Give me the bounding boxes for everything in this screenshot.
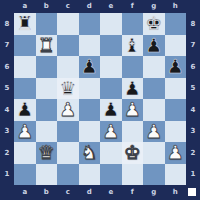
rank-label-right-5: 5 (186, 78, 200, 100)
square-c3[interactable] (57, 121, 79, 143)
square-a6[interactable] (14, 56, 36, 78)
file-label-top-h: h (165, 0, 187, 13)
square-c8[interactable] (57, 13, 79, 35)
square-b6[interactable] (36, 56, 58, 78)
file-label-top-d: d (79, 0, 101, 13)
square-g1[interactable] (143, 164, 165, 186)
piece-black-pawn: ♟ (145, 35, 162, 56)
file-label-bottom-c: c (57, 186, 79, 200)
square-h4[interactable] (165, 99, 187, 121)
rank-label-left-4: 4 (0, 99, 14, 121)
square-d8[interactable] (79, 13, 101, 35)
square-b2[interactable]: ♛ (36, 142, 58, 164)
square-c6[interactable] (57, 56, 79, 78)
square-e1[interactable] (100, 164, 122, 186)
square-e5[interactable] (100, 78, 122, 100)
square-g2[interactable] (143, 142, 165, 164)
square-f3[interactable] (122, 121, 144, 143)
rank-label-left-5: 5 (0, 78, 14, 100)
square-a8[interactable]: ♜ (14, 13, 36, 35)
file-label-bottom-a: a (14, 186, 36, 200)
rank-labels-left: 87654321 (0, 13, 14, 185)
square-h3[interactable] (165, 121, 187, 143)
piece-white-knight: ♞ (81, 142, 98, 163)
square-d2[interactable]: ♞ (79, 142, 101, 164)
rank-label-left-8: 8 (0, 13, 14, 35)
piece-black-king: ♚ (145, 13, 162, 34)
rank-label-right-6: 6 (186, 56, 200, 78)
square-g3[interactable]: ♟ (143, 121, 165, 143)
square-d1[interactable] (79, 164, 101, 186)
square-d3[interactable] (79, 121, 101, 143)
rank-label-left-1: 1 (0, 164, 14, 186)
file-label-bottom-h: h (165, 186, 187, 200)
square-c2[interactable] (57, 142, 79, 164)
file-labels-bottom: abcdefgh (14, 186, 186, 200)
square-e3[interactable]: ♟ (100, 121, 122, 143)
piece-white-queen: ♛ (38, 142, 55, 163)
file-label-bottom-f: f (122, 186, 144, 200)
square-f6[interactable] (122, 56, 144, 78)
file-label-top-c: c (57, 0, 79, 13)
square-a5[interactable] (14, 78, 36, 100)
square-a3[interactable]: ♟ (14, 121, 36, 143)
square-b4[interactable] (36, 99, 58, 121)
file-label-top-g: g (143, 0, 165, 13)
piece-white-pawn: ♟ (124, 99, 141, 120)
square-h2[interactable]: ♟ (165, 142, 187, 164)
square-c4[interactable]: ♟ (57, 99, 79, 121)
square-g7[interactable]: ♟ (143, 35, 165, 57)
file-labels-top: abcdefgh (14, 0, 186, 13)
square-g4[interactable] (143, 99, 165, 121)
rank-label-right-8: 8 (186, 13, 200, 35)
piece-white-king: ♚ (124, 142, 141, 163)
rank-label-left-3: 3 (0, 121, 14, 143)
square-f1[interactable] (122, 164, 144, 186)
rank-label-right-4: 4 (186, 99, 200, 121)
square-d4[interactable] (79, 99, 101, 121)
piece-black-queen: ♛ (59, 78, 76, 99)
square-f7[interactable]: ♝ (122, 35, 144, 57)
square-c1[interactable] (57, 164, 79, 186)
square-h5[interactable] (165, 78, 187, 100)
square-b3[interactable] (36, 121, 58, 143)
square-h7[interactable] (165, 35, 187, 57)
square-e4[interactable]: ♟ (100, 99, 122, 121)
piece-white-pawn: ♟ (59, 99, 76, 120)
square-g8[interactable]: ♚ (143, 13, 165, 35)
file-label-bottom-b: b (36, 186, 58, 200)
file-label-top-f: f (122, 0, 144, 13)
rank-label-left-7: 7 (0, 35, 14, 57)
white-to-move-indicator (188, 188, 196, 196)
square-c5[interactable]: ♛ (57, 78, 79, 100)
square-b5[interactable] (36, 78, 58, 100)
piece-white-pawn: ♟ (167, 142, 184, 163)
square-d6[interactable]: ♟ (79, 56, 101, 78)
chess-board-diagram: abcdefgh abcdefgh 87654321 87654321 ♜♚♜♝… (0, 0, 200, 200)
rank-label-right-7: 7 (186, 35, 200, 57)
rank-label-right-3: 3 (186, 121, 200, 143)
piece-black-pawn: ♟ (167, 56, 184, 77)
square-b1[interactable] (36, 164, 58, 186)
square-a2[interactable] (14, 142, 36, 164)
square-e8[interactable] (100, 13, 122, 35)
rank-label-left-2: 2 (0, 142, 14, 164)
square-f2[interactable]: ♚ (122, 142, 144, 164)
piece-black-rook: ♜ (16, 13, 33, 34)
square-a4[interactable]: ♟ (14, 99, 36, 121)
file-label-bottom-e: e (100, 186, 122, 200)
piece-black-pawn: ♟ (16, 99, 33, 120)
square-h1[interactable] (165, 164, 187, 186)
square-d5[interactable] (79, 78, 101, 100)
rank-label-right-1: 1 (186, 164, 200, 186)
rank-label-right-2: 2 (186, 142, 200, 164)
file-label-top-a: a (14, 0, 36, 13)
square-e2[interactable] (100, 142, 122, 164)
square-h6[interactable]: ♟ (165, 56, 187, 78)
piece-white-pawn: ♟ (102, 121, 119, 142)
square-g5[interactable] (143, 78, 165, 100)
square-f4[interactable]: ♟ (122, 99, 144, 121)
piece-black-pawn: ♟ (124, 78, 141, 99)
square-e7[interactable] (100, 35, 122, 57)
piece-black-pawn: ♟ (102, 99, 119, 120)
file-label-bottom-d: d (79, 186, 101, 200)
file-label-top-e: e (100, 0, 122, 13)
square-h8[interactable] (165, 13, 187, 35)
piece-white-pawn: ♟ (16, 121, 33, 142)
rank-label-left-6: 6 (0, 56, 14, 78)
piece-black-bishop: ♝ (124, 35, 141, 56)
square-c7[interactable] (57, 35, 79, 57)
square-f8[interactable] (122, 13, 144, 35)
square-g6[interactable] (143, 56, 165, 78)
square-b7[interactable]: ♜ (36, 35, 58, 57)
square-e6[interactable] (100, 56, 122, 78)
chess-board: ♜♚♜♝♟♟♟♛♟♟♟♟♟♟♟♟♛♞♚♟ (14, 13, 186, 185)
square-b8[interactable] (36, 13, 58, 35)
square-f5[interactable]: ♟ (122, 78, 144, 100)
piece-black-pawn: ♟ (81, 56, 98, 77)
square-d7[interactable] (79, 35, 101, 57)
piece-white-rook: ♜ (38, 35, 55, 56)
file-label-bottom-g: g (143, 186, 165, 200)
square-a1[interactable] (14, 164, 36, 186)
piece-white-pawn: ♟ (145, 121, 162, 142)
file-label-top-b: b (36, 0, 58, 13)
rank-labels-right: 87654321 (186, 13, 200, 185)
square-a7[interactable] (14, 35, 36, 57)
